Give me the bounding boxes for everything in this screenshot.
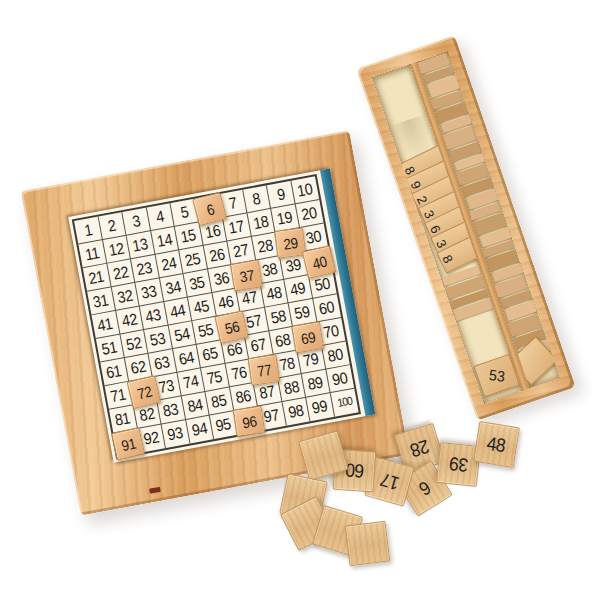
cell-number: 92	[142, 429, 160, 447]
cell-number: 14	[155, 231, 173, 249]
cell-number: 18	[252, 213, 270, 231]
loose-tile-number: 39	[448, 453, 469, 477]
cell-number: 94	[191, 420, 209, 438]
loose-tile-number: 60	[344, 459, 364, 482]
cell-number: 61	[105, 362, 123, 380]
cell-number: 80	[327, 346, 345, 364]
loose-tile-48[interactable]: 48	[473, 421, 520, 468]
board-cell-100[interactable]: 100	[330, 389, 358, 417]
cell-number: 26	[208, 246, 226, 264]
cell-number: 7	[227, 195, 237, 212]
cell-number: 15	[180, 227, 198, 245]
cell-number: 51	[101, 339, 119, 357]
cell-number: 64	[177, 349, 195, 367]
cell-number: 89	[307, 374, 325, 392]
placed-tile-number: 40	[311, 253, 328, 271]
cell-number: 70	[322, 322, 340, 340]
cell-number: 42	[120, 311, 138, 329]
cell-number: 81	[114, 410, 132, 428]
board-cell-96[interactable]: 9696	[234, 407, 262, 435]
cell-number: 62	[129, 358, 147, 376]
fanned-tile-digit: 8	[440, 253, 455, 265]
cell-number: 87	[258, 383, 276, 401]
cell-number: 90	[331, 369, 349, 387]
cell-number: 30	[305, 228, 323, 246]
cell-number: 79	[302, 350, 320, 368]
cell-number: 60	[318, 299, 336, 317]
placed-tile-number: 91	[120, 435, 137, 453]
cell-number: 63	[153, 354, 171, 372]
placed-tile-number: 77	[256, 361, 272, 378]
board-grid: 1234566789101112131415161718192021222324…	[72, 174, 361, 459]
cell-number: 83	[162, 401, 180, 419]
cell-number: 4	[155, 208, 165, 225]
placed-tile-91[interactable]: 91	[111, 427, 145, 461]
cell-number: 50	[314, 275, 332, 293]
cell-number: 41	[96, 315, 114, 333]
board-card: 1234566789101112131415161718192021222324…	[68, 168, 375, 462]
cell-number: 57	[245, 312, 263, 330]
cell-number: 95	[215, 416, 233, 434]
cell-number: 19	[276, 209, 294, 227]
cell-number: 1	[83, 222, 93, 239]
cell-number: 52	[125, 334, 143, 352]
cell-number: 88	[282, 378, 300, 396]
cell-number: 84	[186, 396, 204, 414]
cell-number: 55	[197, 321, 215, 339]
cell-number: 31	[92, 292, 110, 310]
cell-number: 98	[287, 403, 305, 421]
cell-number: 10	[296, 181, 314, 199]
cell-number: 8	[251, 190, 261, 207]
cell-number: 38	[261, 260, 279, 278]
cell-number: 97	[263, 407, 281, 425]
cell-number: 23	[136, 259, 154, 277]
cell-number: 67	[250, 336, 268, 354]
tile-box-cavity: 8923638 53	[372, 51, 560, 403]
cell-number: 36	[212, 269, 230, 287]
cell-number: 58	[269, 308, 287, 326]
placed-tile-40[interactable]: 40	[302, 244, 337, 278]
board-cell-6[interactable]: 66	[194, 194, 222, 222]
placed-tile-77[interactable]: 77	[248, 353, 281, 385]
placed-tile-number: 56	[223, 318, 240, 336]
cell-number: 25	[184, 250, 202, 268]
placed-tile-37[interactable]: 37	[230, 259, 263, 291]
board-cell-40[interactable]: 4040	[304, 247, 332, 275]
frame-slot	[149, 487, 161, 494]
cell-number: 78	[278, 355, 296, 373]
placed-tile-number: 72	[135, 383, 152, 401]
placed-tile-number: 6	[204, 200, 215, 216]
loose-tile-blank[interactable]	[345, 521, 391, 567]
board-cell-72[interactable]: 7272	[129, 377, 157, 405]
cell-number: 99	[311, 398, 329, 416]
cell-number: 21	[88, 268, 106, 286]
board-cell-29[interactable]: 2929	[276, 228, 304, 256]
cell-number: 76	[230, 364, 248, 382]
placed-tile-number: 29	[282, 234, 298, 251]
cell-number: 24	[160, 255, 178, 273]
cell-number: 34	[164, 278, 182, 296]
cell-number: 9	[275, 186, 285, 203]
cell-number: 68	[274, 331, 292, 349]
board-cell-37[interactable]: 3737	[232, 261, 260, 289]
cell-number: 22	[112, 264, 130, 282]
board-cell-91[interactable]: 9191	[113, 429, 141, 457]
cell-number: 53	[149, 330, 167, 348]
cell-number: 39	[285, 256, 303, 274]
cell-number: 11	[84, 245, 101, 263]
cell-number: 44	[169, 302, 187, 320]
tile-53-label: 53	[488, 366, 506, 385]
cell-number: 27	[232, 241, 250, 259]
placed-tile-69[interactable]: 69	[291, 321, 324, 353]
cell-number: 86	[234, 387, 252, 405]
cell-number: 100	[336, 396, 352, 410]
cell-number: 66	[225, 340, 243, 358]
cell-number: 65	[201, 345, 219, 363]
placed-tile-number: 69	[300, 328, 316, 345]
placed-tile-96[interactable]: 96	[232, 406, 265, 438]
loose-tile-number: 48	[486, 432, 508, 457]
cell-number: 16	[204, 222, 222, 240]
cell-number: 5	[179, 204, 189, 221]
placed-tile-number: 96	[241, 413, 257, 430]
loose-tile-number: 6	[415, 477, 435, 501]
cell-number: 12	[107, 240, 125, 258]
cell-number: 74	[182, 373, 200, 391]
cell-number: 35	[188, 274, 206, 292]
cell-number: 59	[293, 303, 311, 321]
cell-number: 75	[206, 368, 224, 386]
cell-number: 45	[193, 297, 211, 315]
cell-number: 20	[300, 204, 318, 222]
cell-number: 54	[173, 325, 191, 343]
cell-number: 3	[131, 213, 141, 230]
cell-number: 46	[217, 293, 235, 311]
placed-tile-72[interactable]: 72	[126, 375, 161, 409]
placed-tile-56[interactable]: 56	[214, 310, 248, 344]
board-cell-56[interactable]: 5656	[216, 312, 244, 340]
cell-number: 47	[241, 289, 259, 307]
loose-tile-number: 17	[378, 468, 402, 494]
cell-number: 82	[138, 405, 156, 423]
placed-tile-number: 37	[238, 266, 254, 283]
cell-number: 43	[144, 306, 162, 324]
cell-number: 73	[158, 377, 176, 395]
cell-number: 49	[289, 280, 307, 298]
loose-tile-number: 28	[407, 435, 431, 461]
cell-number: 33	[140, 283, 158, 301]
scene: 1234566789101112131415161718192021222324…	[0, 0, 600, 600]
board-cell-69[interactable]: 6969	[293, 322, 321, 350]
cell-number: 85	[210, 392, 228, 410]
cell-number: 93	[166, 425, 184, 443]
cell-number: 28	[256, 237, 274, 255]
cell-number: 48	[265, 284, 283, 302]
board-cell-77[interactable]: 7777	[249, 355, 277, 383]
cell-number: 17	[228, 218, 246, 236]
cell-number: 2	[107, 217, 117, 234]
cell-number: 32	[116, 287, 134, 305]
cell-number: 13	[131, 236, 149, 254]
cell-number: 71	[109, 386, 127, 404]
